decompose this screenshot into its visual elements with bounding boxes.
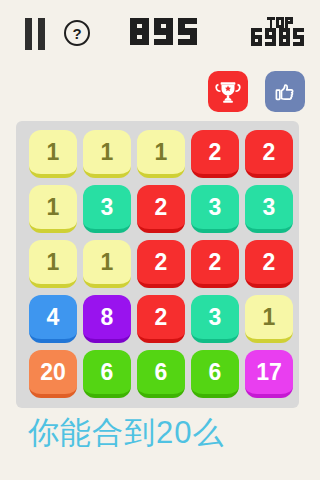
current-score: [130, 18, 197, 45]
pause-icon: [38, 18, 45, 50]
tile-value: 6: [209, 361, 222, 384]
tile-r2c4[interactable]: 3: [191, 185, 239, 233]
tile-r2c1[interactable]: 1: [29, 185, 77, 233]
question-mark-icon: ?: [72, 25, 81, 42]
tile-value: 3: [263, 196, 276, 219]
board-grid: 111221323311222482312066617: [29, 130, 293, 398]
tile-value: 3: [101, 196, 114, 219]
tile-value: 1: [101, 141, 114, 164]
tile-r3c3[interactable]: 2: [137, 240, 185, 288]
tile-r1c4[interactable]: 2: [191, 130, 239, 178]
tile-value: 8: [101, 306, 114, 329]
tile-r5c2[interactable]: 6: [83, 350, 131, 398]
tile-value: 1: [101, 251, 114, 274]
tile-value: 1: [47, 141, 60, 164]
tile-value: 6: [155, 361, 168, 384]
trophy-icon: [215, 79, 241, 105]
tile-r1c5[interactable]: 2: [245, 130, 293, 178]
tile-value: 2: [209, 141, 222, 164]
tile-r5c1[interactable]: 20: [29, 350, 77, 398]
tile-r1c2[interactable]: 1: [83, 130, 131, 178]
tile-value: 3: [209, 306, 222, 329]
like-button[interactable]: [265, 71, 305, 112]
tile-value: 1: [47, 251, 60, 274]
tile-value: 2: [155, 306, 168, 329]
tile-value: 2: [209, 251, 222, 274]
tile-r1c1[interactable]: 1: [29, 130, 77, 178]
tile-r4c5[interactable]: 1: [245, 295, 293, 343]
leaderboard-button[interactable]: [208, 71, 248, 112]
tile-value: 1: [155, 141, 168, 164]
tile-value: 1: [263, 306, 276, 329]
tile-r2c2[interactable]: 3: [83, 185, 131, 233]
tile-value: 20: [40, 361, 66, 384]
tile-value: 4: [47, 306, 60, 329]
pause-icon: [25, 18, 32, 50]
tile-r1c3[interactable]: 1: [137, 130, 185, 178]
top-score-label: [267, 17, 293, 28]
tile-r4c1[interactable]: 4: [29, 295, 77, 343]
tile-value: 1: [47, 196, 60, 219]
pause-button[interactable]: [25, 18, 45, 50]
tile-value: 2: [155, 251, 168, 274]
tile-value: 17: [256, 361, 282, 384]
game-board: 111221323311222482312066617: [16, 121, 299, 408]
tile-value: 2: [155, 196, 168, 219]
tile-r5c4[interactable]: 6: [191, 350, 239, 398]
top-score-value: [251, 28, 304, 46]
tile-r4c3[interactable]: 2: [137, 295, 185, 343]
tile-r2c5[interactable]: 3: [245, 185, 293, 233]
tile-value: 6: [101, 361, 114, 384]
tile-r3c2[interactable]: 1: [83, 240, 131, 288]
tile-r5c3[interactable]: 6: [137, 350, 185, 398]
help-button[interactable]: ?: [64, 20, 90, 46]
tile-r4c4[interactable]: 3: [191, 295, 239, 343]
thumbs-up-icon: [273, 80, 297, 104]
tile-r3c4[interactable]: 2: [191, 240, 239, 288]
tile-r2c3[interactable]: 2: [137, 185, 185, 233]
goal-caption: 你能合到20么: [28, 412, 224, 454]
tile-r5c5[interactable]: 17: [245, 350, 293, 398]
tile-r3c5[interactable]: 2: [245, 240, 293, 288]
tile-r3c1[interactable]: 1: [29, 240, 77, 288]
tile-r4c2[interactable]: 8: [83, 295, 131, 343]
tile-value: 3: [209, 196, 222, 219]
tile-value: 2: [263, 251, 276, 274]
tile-value: 2: [263, 141, 276, 164]
